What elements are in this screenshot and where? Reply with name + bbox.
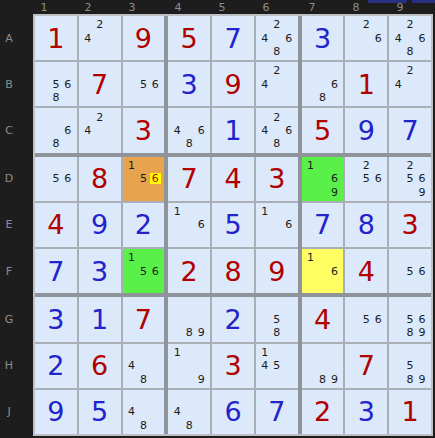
- candidate-slot-2: [404, 251, 416, 264]
- cell-F9[interactable]: 56: [389, 249, 431, 293]
- candidate-slot-5: 5: [271, 313, 283, 326]
- solved-digit: 1: [91, 306, 108, 333]
- pencilmarks: 68: [305, 64, 341, 104]
- candidate-slot-6: 6: [329, 78, 341, 91]
- candidate-slot-2: 2: [94, 18, 106, 31]
- candidate-slot-5: 5: [404, 265, 416, 278]
- cell-A7[interactable]: 3: [302, 16, 344, 60]
- candidate-slot-4: [171, 359, 183, 372]
- pencilmarks: 24: [82, 18, 118, 58]
- cell-B9[interactable]: 24: [389, 62, 431, 106]
- col-label-3: 3: [111, 1, 153, 14]
- cell-B1[interactable]: 568: [35, 62, 77, 106]
- candidate-slot-5: 5: [271, 359, 283, 372]
- candidate-slot-6: 6: [62, 124, 74, 137]
- candidate-slot-7: [392, 372, 404, 385]
- row-label-E: E: [2, 203, 16, 247]
- candidate-slot-1: [82, 110, 94, 123]
- given-digit: 9: [224, 71, 241, 98]
- cell-J2[interactable]: 5: [79, 390, 121, 434]
- given-digit: 2: [314, 398, 331, 425]
- cell-C1[interactable]: 68: [35, 108, 77, 152]
- candidate-slot-9: [106, 45, 118, 58]
- candidate-slot-1: [348, 159, 360, 172]
- candidate-slot-3: [283, 346, 295, 359]
- candidate-slot-1: [38, 159, 50, 172]
- candidate-slot-8: 8: [404, 45, 416, 58]
- candidate-slot-2: [271, 205, 283, 218]
- candidate-slot-7: [305, 278, 317, 291]
- candidate-slot-6: 6: [372, 313, 384, 326]
- candidate-slot-1: [305, 346, 317, 359]
- candidate-slot-4: 4: [259, 359, 271, 372]
- cell-H3[interactable]: 48: [123, 344, 165, 388]
- candidate-slot-6: 6: [416, 172, 428, 185]
- candidate-slot-1: [259, 64, 271, 77]
- pencilmarks: 48: [171, 392, 207, 432]
- candidate-slot-1: [82, 18, 94, 31]
- candidate-slot-7: [171, 326, 183, 339]
- row-label-B: B: [2, 62, 16, 106]
- cell-B4[interactable]: 3: [168, 62, 210, 106]
- candidate-slot-4: 4: [259, 31, 271, 44]
- cell-F5[interactable]: 8: [212, 249, 254, 293]
- pencilmarks: 19: [171, 346, 207, 386]
- pencilmarks: 2468: [259, 18, 295, 58]
- candidate-slot-1: [392, 159, 404, 172]
- candidate-slot-3: [416, 346, 428, 359]
- candidate-slot-4: [38, 78, 50, 91]
- cell-E9[interactable]: 3: [389, 203, 431, 247]
- pencilmarks: 48: [126, 392, 162, 432]
- candidate-slot-8: [404, 185, 416, 198]
- candidate-slot-2: [183, 392, 195, 405]
- cell-G5[interactable]: 2: [212, 297, 254, 341]
- cell-B3[interactable]: 56: [123, 62, 165, 106]
- cell-H6[interactable]: 145: [256, 344, 298, 388]
- cell-C4[interactable]: 468: [168, 108, 210, 152]
- solved-digit: 7: [268, 398, 285, 425]
- box-6: 169256256978316456: [302, 157, 431, 294]
- cell-E4[interactable]: 16: [168, 203, 210, 247]
- candidate-slot-6: 6: [62, 172, 74, 185]
- cell-C3[interactable]: 3: [123, 108, 165, 152]
- candidate-slot-5: [183, 405, 195, 418]
- candidate-slot-5: 5: [137, 78, 149, 91]
- row-label-D: D: [2, 157, 16, 201]
- candidate-slot-7: [392, 185, 404, 198]
- cell-E8[interactable]: 8: [345, 203, 387, 247]
- pencilmarks: 56: [348, 299, 384, 339]
- given-digit: 7: [358, 352, 375, 379]
- candidate-slot-3: [372, 299, 384, 312]
- cell-B6[interactable]: 24: [256, 62, 298, 106]
- candidate-slot-6: [195, 313, 207, 326]
- candidate-slot-2: [137, 392, 149, 405]
- pencilmarks: 89: [305, 346, 341, 386]
- candidate-slot-4: [126, 78, 138, 91]
- candidate-slot-4: [392, 313, 404, 326]
- candidate-slot-4: [126, 265, 138, 278]
- cell-H4[interactable]: 19: [168, 344, 210, 388]
- row-label-G: G: [2, 297, 16, 341]
- cell-H9[interactable]: 589: [389, 344, 431, 388]
- candidate-slot-8: 8: [50, 91, 62, 104]
- candidate-slot-2: [404, 299, 416, 312]
- candidate-slot-3: [195, 205, 207, 218]
- cell-B7[interactable]: 68: [302, 62, 344, 106]
- candidate-slot-9: [416, 45, 428, 58]
- cell-E1[interactable]: 4: [35, 203, 77, 247]
- candidate-slot-7: [126, 372, 138, 385]
- candidate-slot-8: 8: [183, 137, 195, 150]
- candidate-slot-2: [137, 346, 149, 359]
- col-label-8: 8: [335, 1, 377, 14]
- candidate-slot-3: [149, 346, 161, 359]
- pencilmarks: 468: [171, 110, 207, 150]
- candidate-slot-4: [38, 124, 50, 137]
- cell-F2[interactable]: 3: [79, 249, 121, 293]
- row-label-group: ABC: [2, 16, 16, 153]
- candidate-slot-3: [416, 251, 428, 264]
- cell-J5[interactable]: 6: [212, 390, 254, 434]
- candidate-slot-6: [283, 78, 295, 91]
- solved-digit: 9: [47, 398, 64, 425]
- pencilmarks: 589: [392, 346, 428, 386]
- solved-digit: 2: [135, 211, 152, 238]
- cell-J3[interactable]: 48: [123, 390, 165, 434]
- cell-C5[interactable]: 1: [212, 108, 254, 152]
- pencilmarks: 16: [305, 251, 341, 291]
- candidate-slot-7: [126, 419, 138, 432]
- cell-D9[interactable]: 2569: [389, 157, 431, 201]
- given-digit: 8: [224, 258, 241, 285]
- row-labels: ABCDEFGHJ: [2, 16, 16, 434]
- candidate-slot-4: [305, 265, 317, 278]
- cell-A8[interactable]: 26: [345, 16, 387, 60]
- candidate-slot-1: [348, 299, 360, 312]
- candidate-slot-5: [137, 405, 149, 418]
- col-label-group: 456: [169, 1, 299, 14]
- row-label-F: F: [2, 249, 16, 293]
- cell-D5[interactable]: 4: [212, 157, 254, 201]
- candidate-slot-3: [195, 346, 207, 359]
- candidate-slot-4: [392, 359, 404, 372]
- cell-G6[interactable]: 58: [256, 297, 298, 341]
- cell-A4[interactable]: 5: [168, 16, 210, 60]
- candidate-slot-1: [126, 346, 138, 359]
- candidate-slot-4: [171, 218, 183, 231]
- row-label-H: H: [2, 344, 16, 388]
- solved-digit: 9: [91, 211, 108, 238]
- cell-G9[interactable]: 5689: [389, 297, 431, 341]
- candidate-slot-4: [348, 172, 360, 185]
- candidate-slot-3: [195, 392, 207, 405]
- candidate-slot-2: 2: [404, 159, 416, 172]
- solved-digit: 5: [224, 211, 241, 238]
- candidate-slot-5: [317, 265, 329, 278]
- candidate-slot-2: [137, 159, 149, 172]
- candidate-slot-3: [329, 346, 341, 359]
- candidate-slot-2: [360, 299, 372, 312]
- cell-H2[interactable]: 6: [79, 344, 121, 388]
- box-1: 124956875668243: [35, 16, 164, 153]
- box-5: 74316516289: [168, 157, 297, 294]
- candidate-slot-5: 5: [50, 172, 62, 185]
- cell-J1[interactable]: 9: [35, 390, 77, 434]
- candidate-slot-4: [348, 31, 360, 44]
- candidate-slot-1: [392, 346, 404, 359]
- cell-F1[interactable]: 7: [35, 249, 77, 293]
- candidate-slot-4: [305, 359, 317, 372]
- candidate-slot-4: 4: [126, 405, 138, 418]
- solved-digit: 2: [224, 306, 241, 333]
- cell-D6[interactable]: 3: [256, 157, 298, 201]
- candidate-slot-3: [329, 251, 341, 264]
- cell-H1[interactable]: 2: [35, 344, 77, 388]
- candidate-slot-9: 9: [195, 372, 207, 385]
- candidate-slot-8: [94, 137, 106, 150]
- pencilmarks: 24: [392, 64, 428, 104]
- cell-E6[interactable]: 16: [256, 203, 298, 247]
- candidate-slot-6: 6: [416, 31, 428, 44]
- candidate-slot-3: [416, 159, 428, 172]
- candidate-slot-8: 8: [271, 137, 283, 150]
- candidate-slot-8: 8: [271, 45, 283, 58]
- candidate-slot-1: [259, 18, 271, 31]
- column-labels: 123456789: [35, 1, 433, 13]
- pencilmarks: 68: [38, 110, 74, 150]
- cell-J7[interactable]: 2: [302, 390, 344, 434]
- solved-digit: 9: [358, 117, 375, 144]
- row-label-group: GHJ: [2, 297, 16, 434]
- cell-A1[interactable]: 1: [35, 16, 77, 60]
- cell-A5[interactable]: 7: [212, 16, 254, 60]
- candidate-slot-8: [137, 278, 149, 291]
- candidate-slot-6: 6: [149, 78, 161, 91]
- cell-A3[interactable]: 9: [123, 16, 165, 60]
- candidate-slot-3: [372, 18, 384, 31]
- cell-D1[interactable]: 56: [35, 157, 77, 201]
- candidate-slot-2: [50, 159, 62, 172]
- sudoku-grid: 1249568756682435724683924468124683262468…: [35, 16, 431, 434]
- candidate-slot-5: 5: [404, 172, 416, 185]
- candidate-slot-1: [259, 299, 271, 312]
- candidate-slot-1: [392, 251, 404, 264]
- candidate-slot-8: [137, 91, 149, 104]
- col-label-4: 4: [157, 1, 199, 14]
- candidate-slot-2: [183, 299, 195, 312]
- cell-B5[interactable]: 9: [212, 62, 254, 106]
- cell-J6[interactable]: 7: [256, 390, 298, 434]
- candidate-slot-2: 2: [271, 18, 283, 31]
- candidate-slot-4: 4: [171, 405, 183, 418]
- cell-J8[interactable]: 3: [345, 390, 387, 434]
- candidate-slot-7: [82, 137, 94, 150]
- given-digit: 8: [91, 165, 108, 192]
- candidate-slot-7: [392, 45, 404, 58]
- cell-F4[interactable]: 2: [168, 249, 210, 293]
- given-digit: 3: [135, 117, 152, 144]
- candidate-slot-3: [283, 205, 295, 218]
- candidate-slot-4: 4: [259, 78, 271, 91]
- cell-D7[interactable]: 169: [302, 157, 344, 201]
- candidate-slot-8: 8: [183, 419, 195, 432]
- cell-C8[interactable]: 9: [345, 108, 387, 152]
- candidate-slot-7: [171, 372, 183, 385]
- cell-D4[interactable]: 7: [168, 157, 210, 201]
- cell-G8[interactable]: 56: [345, 297, 387, 341]
- cell-C6[interactable]: 2468: [256, 108, 298, 152]
- candidate-slot-7: [259, 232, 271, 245]
- candidate-slot-3: [149, 64, 161, 77]
- candidate-slot-7: [259, 326, 271, 339]
- cell-C9[interactable]: 7: [389, 108, 431, 152]
- given-digit: 6: [91, 352, 108, 379]
- candidate-slot-3: [149, 392, 161, 405]
- cell-C2[interactable]: 24: [79, 108, 121, 152]
- solved-digit: 8: [358, 211, 375, 238]
- cell-G3[interactable]: 7: [123, 297, 165, 341]
- candidate-slot-7: [392, 278, 404, 291]
- candidate-slot-9: [62, 137, 74, 150]
- cell-E3[interactable]: 2: [123, 203, 165, 247]
- cell-F7[interactable]: 16: [302, 249, 344, 293]
- cell-A9[interactable]: 2468: [389, 16, 431, 60]
- candidate-slot-6: 6: [416, 265, 428, 278]
- candidate-slot-1: [348, 18, 360, 31]
- candidate-slot-2: [183, 346, 195, 359]
- cell-A6[interactable]: 2468: [256, 16, 298, 60]
- candidate-slot-5: 5: [50, 78, 62, 91]
- candidate-slot-6: 6: [372, 31, 384, 44]
- candidate-slot-9: 9: [416, 185, 428, 198]
- pencilmarks: 2569: [392, 159, 428, 199]
- cell-H7[interactable]: 89: [302, 344, 344, 388]
- cell-G4[interactable]: 89: [168, 297, 210, 341]
- box-4: 56815649273156: [35, 157, 164, 294]
- pencilmarks: 16: [259, 205, 295, 245]
- cell-B2[interactable]: 7: [79, 62, 121, 106]
- col-label-group: 123: [35, 1, 165, 14]
- candidate-slot-9: [195, 137, 207, 150]
- candidate-slot-5: [94, 124, 106, 137]
- candidate-slot-6: 6: [195, 124, 207, 137]
- candidate-slot-6: 6: [283, 124, 295, 137]
- given-digit: 4: [358, 258, 375, 285]
- cell-F3[interactable]: 156: [123, 249, 165, 293]
- cell-H8[interactable]: 7: [345, 344, 387, 388]
- candidate-slot-4: 4: [392, 78, 404, 91]
- cell-G1[interactable]: 3: [35, 297, 77, 341]
- pencilmarks: 2468: [392, 18, 428, 58]
- given-digit: 4: [47, 211, 64, 238]
- candidate-slot-1: 1: [305, 159, 317, 172]
- cell-J4[interactable]: 48: [168, 390, 210, 434]
- candidate-slot-5: [317, 359, 329, 372]
- candidate-slot-9: [283, 326, 295, 339]
- given-digit: 1: [402, 398, 419, 425]
- candidate-slot-5: 5: [137, 265, 149, 278]
- candidate-slot-2: 2: [360, 18, 372, 31]
- given-digit: 2: [181, 258, 198, 285]
- candidate-slot-6: 6: [372, 172, 384, 185]
- candidate-slot-8: [94, 45, 106, 58]
- cell-D3[interactable]: 156: [123, 157, 165, 201]
- row-label-group: DEF: [2, 157, 16, 294]
- candidate-slot-6: 6: [329, 172, 341, 185]
- sudoku-app: 123456789 ABCDEFGHJ 12495687566824357246…: [0, 0, 435, 438]
- candidate-slot-1: [392, 18, 404, 31]
- cell-B8[interactable]: 1: [345, 62, 387, 106]
- candidate-slot-8: [183, 232, 195, 245]
- candidate-slot-9: [149, 91, 161, 104]
- candidate-slot-2: [317, 159, 329, 172]
- candidate-slot-8: 8: [50, 137, 62, 150]
- cell-E5[interactable]: 5: [212, 203, 254, 247]
- box-7: 31726489548: [35, 297, 164, 434]
- candidate-slot-1: 1: [259, 205, 271, 218]
- cell-D2[interactable]: 8: [79, 157, 121, 201]
- candidate-slot-9: [283, 91, 295, 104]
- candidate-slot-6: [195, 359, 207, 372]
- candidate-slot-2: [317, 251, 329, 264]
- cell-A2[interactable]: 24: [79, 16, 121, 60]
- cell-G7[interactable]: 4: [302, 297, 344, 341]
- candidate-slot-8: [183, 372, 195, 385]
- given-digit: 9: [135, 25, 152, 52]
- cell-F8[interactable]: 4: [345, 249, 387, 293]
- cell-H5[interactable]: 3: [212, 344, 254, 388]
- cell-E7[interactable]: 7: [302, 203, 344, 247]
- cell-C7[interactable]: 5: [302, 108, 344, 152]
- candidate-slot-3: [195, 299, 207, 312]
- candidate-slot-6: [329, 359, 341, 372]
- col-label-7: 7: [291, 1, 333, 14]
- candidate-slot-5: [404, 31, 416, 44]
- candidate-slot-8: 8: [137, 419, 149, 432]
- candidate-slot-4: [305, 78, 317, 91]
- candidate-slot-7: [348, 45, 360, 58]
- candidate-slot-9: [106, 137, 118, 150]
- candidate-slot-3: [283, 18, 295, 31]
- candidate-slot-8: 8: [317, 91, 329, 104]
- cell-G2[interactable]: 1: [79, 297, 121, 341]
- cell-F6[interactable]: 9: [256, 249, 298, 293]
- candidate-slot-9: [149, 185, 161, 198]
- given-digit: 3: [268, 165, 285, 192]
- candidate-slot-4: [171, 313, 183, 326]
- candidate-slot-3: [329, 64, 341, 77]
- cell-J9[interactable]: 1: [389, 390, 431, 434]
- candidate-slot-8: [271, 372, 283, 385]
- candidate-slot-2: 2: [271, 110, 283, 123]
- cell-E2[interactable]: 9: [79, 203, 121, 247]
- row-label-C: C: [2, 108, 16, 152]
- col-label-group: 789: [303, 1, 433, 14]
- candidate-slot-4: [259, 218, 271, 231]
- solved-digit: 7: [47, 258, 64, 285]
- candidate-slot-8: [271, 91, 283, 104]
- cell-D8[interactable]: 256: [345, 157, 387, 201]
- candidate-slot-1: [126, 64, 138, 77]
- candidate-slot-7: [305, 91, 317, 104]
- solved-digit: 7: [224, 25, 241, 52]
- candidate-slot-9: [372, 185, 384, 198]
- solved-digit: 5: [91, 398, 108, 425]
- row-label-J: J: [2, 390, 16, 434]
- candidate-slot-3: [416, 64, 428, 77]
